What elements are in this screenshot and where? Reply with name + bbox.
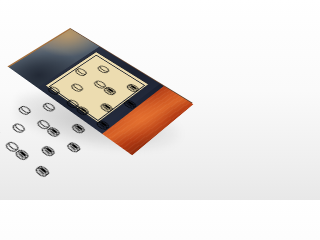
square[interactable] <box>129 102 142 112</box>
panel-divider <box>98 84 164 134</box>
square[interactable] <box>109 89 132 105</box>
square[interactable] <box>142 92 155 102</box>
checker-dark[interactable]: ⛂ <box>95 99 119 116</box>
square[interactable] <box>85 92 99 102</box>
square[interactable]: ⛂ <box>99 82 122 98</box>
square[interactable] <box>71 102 85 112</box>
square[interactable] <box>105 105 129 122</box>
square[interactable] <box>85 92 108 109</box>
square[interactable]: ⛂ <box>119 95 142 112</box>
checker-dark[interactable]: ⛂ <box>99 82 122 98</box>
square[interactable] <box>76 85 99 101</box>
checker-dark[interactable]: ⛂ <box>119 95 142 112</box>
square[interactable] <box>116 112 130 122</box>
square[interactable] <box>102 123 116 134</box>
square[interactable]: ⛂ <box>95 99 119 116</box>
square[interactable] <box>132 86 155 102</box>
